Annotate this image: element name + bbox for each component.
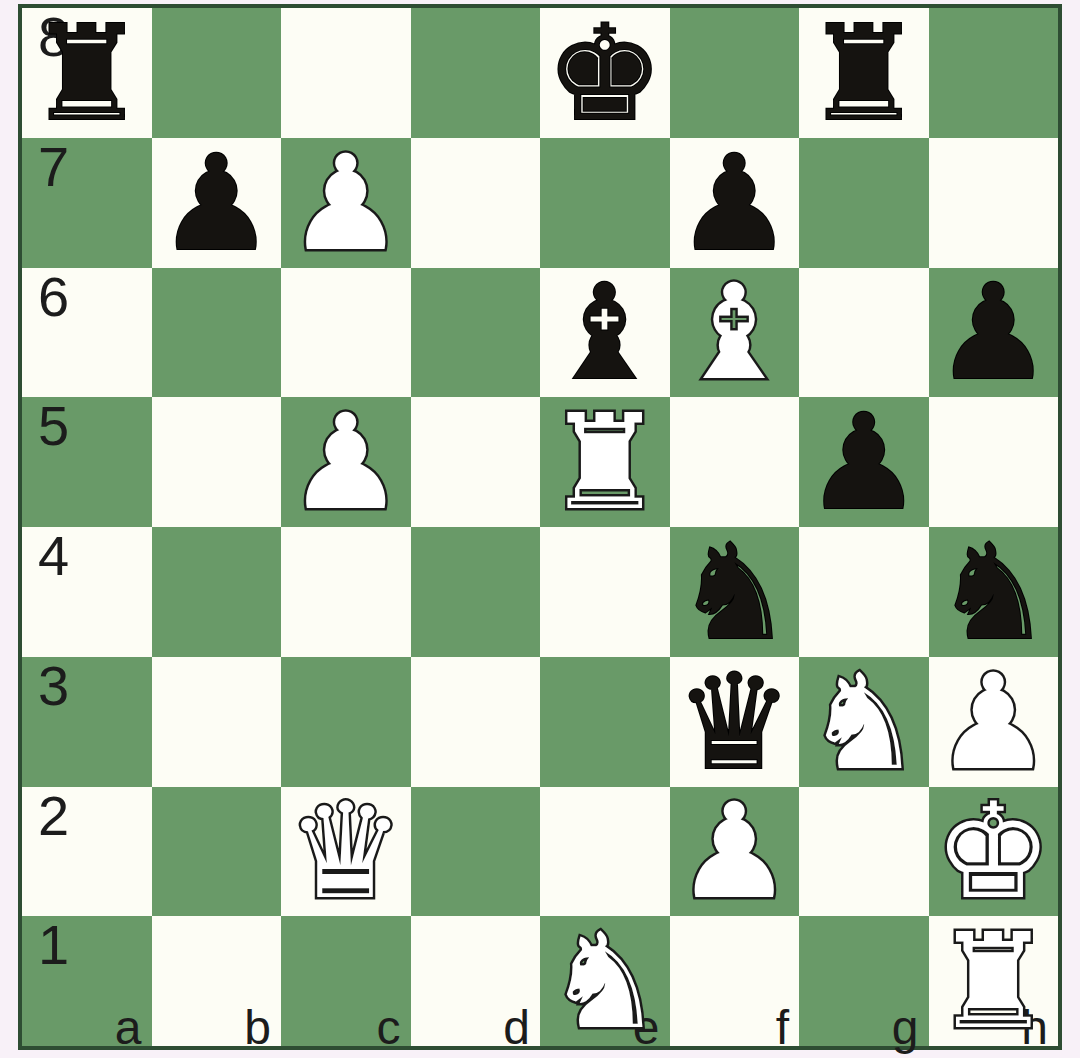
file-label-g: g	[892, 1004, 919, 1052]
square-b3[interactable]	[152, 657, 282, 787]
rank-label-5: 5	[38, 397, 69, 456]
white-rook-piece[interactable]: ♜	[540, 397, 670, 527]
square-b5[interactable]	[152, 397, 282, 527]
square-f8[interactable]	[670, 8, 800, 138]
chess-board-frame: 8♜♚♜7♟♟♟6♝♝♟5♟♜♟4♞♞3♛♞♟2♛♟♚1abcde♞fgh♜	[18, 4, 1062, 1050]
file-label-a: a	[115, 1004, 142, 1052]
square-g1[interactable]: g	[799, 916, 929, 1046]
square-b1[interactable]: b	[152, 916, 282, 1046]
white-king-piece[interactable]: ♚	[929, 787, 1059, 917]
black-bishop-piece[interactable]: ♝	[540, 268, 670, 398]
square-d3[interactable]	[411, 657, 541, 787]
square-g6[interactable]	[799, 268, 929, 398]
square-e2[interactable]	[540, 787, 670, 917]
square-h2[interactable]: ♚	[929, 787, 1059, 917]
square-e5[interactable]: ♜	[540, 397, 670, 527]
square-e7[interactable]	[540, 138, 670, 268]
square-d5[interactable]	[411, 397, 541, 527]
square-d6[interactable]	[411, 268, 541, 398]
file-label-f: f	[776, 1004, 789, 1052]
square-e6[interactable]: ♝	[540, 268, 670, 398]
square-d1[interactable]: d	[411, 916, 541, 1046]
square-f5[interactable]	[670, 397, 800, 527]
square-f2[interactable]: ♟	[670, 787, 800, 917]
rank-label-4: 4	[38, 527, 69, 586]
square-b8[interactable]	[152, 8, 282, 138]
white-pawn-piece[interactable]: ♟	[929, 657, 1059, 787]
square-c5[interactable]: ♟	[281, 397, 411, 527]
black-pawn-piece[interactable]: ♟	[152, 138, 282, 268]
black-pawn-piece[interactable]: ♟	[670, 138, 800, 268]
square-h5[interactable]	[929, 397, 1059, 527]
square-f4[interactable]: ♞	[670, 527, 800, 657]
square-h1[interactable]: h♜	[929, 916, 1059, 1046]
square-d8[interactable]	[411, 8, 541, 138]
square-c1[interactable]: c	[281, 916, 411, 1046]
square-a2[interactable]: 2	[22, 787, 152, 917]
square-c2[interactable]: ♛	[281, 787, 411, 917]
square-a4[interactable]: 4	[22, 527, 152, 657]
square-a7[interactable]: 7	[22, 138, 152, 268]
square-c8[interactable]	[281, 8, 411, 138]
square-e3[interactable]	[540, 657, 670, 787]
square-b6[interactable]	[152, 268, 282, 398]
square-h7[interactable]	[929, 138, 1059, 268]
square-f6[interactable]: ♝	[670, 268, 800, 398]
square-g5[interactable]: ♟	[799, 397, 929, 527]
square-h3[interactable]: ♟	[929, 657, 1059, 787]
rank-label-1: 1	[38, 916, 69, 975]
square-a8[interactable]: 8♜	[22, 8, 152, 138]
square-b7[interactable]: ♟	[152, 138, 282, 268]
square-h4[interactable]: ♞	[929, 527, 1059, 657]
square-f7[interactable]: ♟	[670, 138, 800, 268]
black-pawn-piece[interactable]: ♟	[929, 268, 1059, 398]
black-pawn-piece[interactable]: ♟	[799, 397, 929, 527]
chess-board: 8♜♚♜7♟♟♟6♝♝♟5♟♜♟4♞♞3♛♞♟2♛♟♚1abcde♞fgh♜	[22, 8, 1058, 1046]
black-king-piece[interactable]: ♚	[540, 8, 670, 138]
white-pawn-piece[interactable]: ♟	[281, 397, 411, 527]
file-label-b: b	[244, 1004, 271, 1052]
square-f3[interactable]: ♛	[670, 657, 800, 787]
rank-label-6: 6	[38, 268, 69, 327]
square-e8[interactable]: ♚	[540, 8, 670, 138]
square-b4[interactable]	[152, 527, 282, 657]
square-g4[interactable]	[799, 527, 929, 657]
square-c6[interactable]	[281, 268, 411, 398]
black-knight-piece[interactable]: ♞	[929, 527, 1059, 657]
square-e4[interactable]	[540, 527, 670, 657]
white-rook-piece[interactable]: ♜	[929, 916, 1059, 1046]
square-c7[interactable]: ♟	[281, 138, 411, 268]
file-label-d: d	[503, 1004, 530, 1052]
file-label-c: c	[377, 1004, 401, 1052]
square-g3[interactable]: ♞	[799, 657, 929, 787]
black-rook-piece[interactable]: ♜	[799, 8, 929, 138]
white-bishop-piece[interactable]: ♝	[670, 268, 800, 398]
square-d4[interactable]	[411, 527, 541, 657]
square-c4[interactable]	[281, 527, 411, 657]
white-pawn-piece[interactable]: ♟	[670, 787, 800, 917]
square-f1[interactable]: f	[670, 916, 800, 1046]
square-b2[interactable]	[152, 787, 282, 917]
square-d7[interactable]	[411, 138, 541, 268]
square-d2[interactable]	[411, 787, 541, 917]
white-pawn-piece[interactable]: ♟	[281, 138, 411, 268]
square-g7[interactable]	[799, 138, 929, 268]
square-g8[interactable]: ♜	[799, 8, 929, 138]
white-queen-piece[interactable]: ♛	[281, 787, 411, 917]
square-a3[interactable]: 3	[22, 657, 152, 787]
black-queen-piece[interactable]: ♛	[670, 657, 800, 787]
square-c3[interactable]	[281, 657, 411, 787]
square-e1[interactable]: e♞	[540, 916, 670, 1046]
white-knight-piece[interactable]: ♞	[540, 916, 670, 1046]
square-h6[interactable]: ♟	[929, 268, 1059, 398]
square-a1[interactable]: 1a	[22, 916, 152, 1046]
rank-label-3: 3	[38, 657, 69, 716]
black-knight-piece[interactable]: ♞	[670, 527, 800, 657]
square-a5[interactable]: 5	[22, 397, 152, 527]
rank-label-2: 2	[38, 787, 69, 846]
white-knight-piece[interactable]: ♞	[799, 657, 929, 787]
square-a6[interactable]: 6	[22, 268, 152, 398]
square-g2[interactable]	[799, 787, 929, 917]
black-rook-piece[interactable]: ♜	[22, 8, 152, 138]
square-h8[interactable]	[929, 8, 1059, 138]
